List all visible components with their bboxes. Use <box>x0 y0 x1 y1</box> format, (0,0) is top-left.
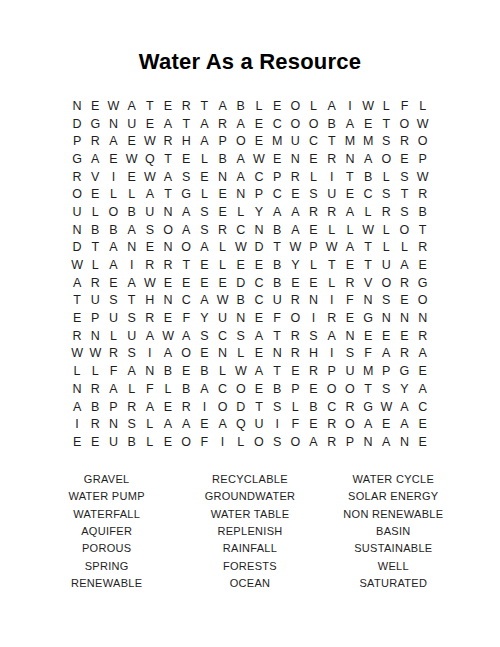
grid-cell: L <box>104 185 122 203</box>
grid-cell: S <box>123 309 141 327</box>
grid-cell: D <box>68 115 86 133</box>
grid-cell: C <box>250 292 268 310</box>
grid-cell: A <box>341 239 359 257</box>
word-list-item: GRAVEL <box>35 471 178 488</box>
grid-cell: E <box>195 345 213 363</box>
grid-cell: E <box>286 362 304 380</box>
grid-cell: W <box>414 115 432 133</box>
grid-cell: G <box>359 398 377 416</box>
grid-cell: E <box>86 433 104 451</box>
grid-cell: B <box>177 380 195 398</box>
grid-cell: N <box>68 221 86 239</box>
grid-cell: L <box>377 221 395 239</box>
grid-cell: O <box>304 115 322 133</box>
grid-cell: B <box>86 221 104 239</box>
grid-cell: M <box>268 132 286 150</box>
grid-cell: U <box>141 203 159 221</box>
grid-cell: T <box>377 115 395 133</box>
grid-cell: E <box>341 185 359 203</box>
grid-cell: N <box>395 433 413 451</box>
grid-cell: Y <box>195 309 213 327</box>
grid-cell: R <box>286 292 304 310</box>
grid-cell: P <box>250 185 268 203</box>
word-list-item: SOLAR ENERGY <box>322 488 465 505</box>
grid-cell: R <box>341 274 359 292</box>
grid-cell: W <box>286 239 304 257</box>
grid-cell: P <box>304 239 322 257</box>
grid-cell: T <box>395 185 413 203</box>
grid-cell: I <box>268 415 286 433</box>
grid-cell: O <box>177 433 195 451</box>
grid-cell: L <box>377 97 395 115</box>
grid-cell: I <box>195 398 213 416</box>
grid-cell: B <box>86 398 104 416</box>
grid-cell: I <box>323 168 341 186</box>
word-list: GRAVELWATER PUMPWATERFALLAQUIFERPOROUSSP… <box>35 471 465 593</box>
letter-grid: NEWATERTABLEOLAIWLFLDGNUEATARAECOOBAETOW… <box>68 97 432 451</box>
grid-cell: A <box>195 292 213 310</box>
grid-cell: G <box>177 185 195 203</box>
grid-cell: U <box>377 256 395 274</box>
grid-cell: N <box>359 433 377 451</box>
grid-cell: E <box>195 415 213 433</box>
grid-cell: U <box>104 309 122 327</box>
grid-cell: A <box>250 327 268 345</box>
grid-cell: T <box>268 327 286 345</box>
grid-cell: A <box>359 150 377 168</box>
grid-cell: L <box>214 239 232 257</box>
grid-cell: P <box>414 150 432 168</box>
grid-cell: A <box>141 398 159 416</box>
worksheet-page: Water As a Resource NEWATERTABLEOLAIWLFL… <box>0 0 500 647</box>
grid-cell: S <box>304 185 322 203</box>
grid-cell: L <box>232 433 250 451</box>
grid-cell: U <box>341 362 359 380</box>
grid-cell: W <box>68 256 86 274</box>
grid-cell: P <box>86 309 104 327</box>
grid-cell: E <box>268 150 286 168</box>
grid-cell: S <box>123 345 141 363</box>
grid-cell: E <box>250 256 268 274</box>
grid-cell: E <box>268 97 286 115</box>
grid-cell: E <box>304 150 322 168</box>
grid-cell: L <box>377 239 395 257</box>
grid-cell: L <box>104 327 122 345</box>
grid-cell: L <box>86 362 104 380</box>
grid-cell: E <box>123 168 141 186</box>
grid-cell: N <box>232 309 250 327</box>
grid-cell: N <box>268 345 286 363</box>
word-list-item: WATERFALL <box>35 506 178 523</box>
grid-cell: R <box>341 398 359 416</box>
grid-cell: W <box>214 292 232 310</box>
grid-cell: L <box>214 362 232 380</box>
grid-cell: R <box>323 150 341 168</box>
grid-cell: O <box>395 221 413 239</box>
grid-cell: N <box>159 239 177 257</box>
grid-cell: L <box>68 362 86 380</box>
grid-cell: W <box>250 150 268 168</box>
grid-cell: G <box>68 150 86 168</box>
grid-cell: T <box>195 97 213 115</box>
grid-cell: O <box>286 97 304 115</box>
grid-cell: A <box>195 239 213 257</box>
word-list-item: AQUIFER <box>35 523 178 540</box>
grid-cell: S <box>341 345 359 363</box>
grid-cell: C <box>250 168 268 186</box>
grid-cell: B <box>232 97 250 115</box>
grid-cell: P <box>214 132 232 150</box>
grid-cell: R <box>177 97 195 115</box>
grid-cell: C <box>232 221 250 239</box>
grid-cell: C <box>214 327 232 345</box>
grid-cell: L <box>123 185 141 203</box>
grid-cell: L <box>395 239 413 257</box>
grid-cell: C <box>268 115 286 133</box>
grid-cell: L <box>414 97 432 115</box>
grid-cell: O <box>286 115 304 133</box>
grid-cell: A <box>141 327 159 345</box>
grid-cell: F <box>359 345 377 363</box>
grid-cell: B <box>195 362 213 380</box>
word-list-item: SATURATED <box>322 575 465 592</box>
grid-cell: L <box>195 150 213 168</box>
grid-cell: C <box>304 132 322 150</box>
grid-cell: I <box>304 309 322 327</box>
grid-cell: S <box>141 221 159 239</box>
grid-cell: U <box>123 115 141 133</box>
grid-cell: O <box>250 433 268 451</box>
word-list-item: POROUS <box>35 540 178 557</box>
grid-cell: N <box>68 380 86 398</box>
grid-cell: O <box>414 132 432 150</box>
grid-cell: W <box>232 362 250 380</box>
grid-cell: L <box>123 380 141 398</box>
grid-cell: O <box>341 380 359 398</box>
grid-cell: R <box>414 239 432 257</box>
grid-cell: E <box>177 274 195 292</box>
grid-cell: E <box>377 415 395 433</box>
word-list-item: RECYCLABLE <box>178 471 321 488</box>
word-list-item: RENEWABLE <box>35 575 178 592</box>
grid-cell: A <box>104 132 122 150</box>
grid-cell: L <box>86 256 104 274</box>
grid-cell: A <box>177 221 195 239</box>
grid-cell: S <box>195 327 213 345</box>
grid-cell: O <box>286 309 304 327</box>
grid-cell: E <box>86 185 104 203</box>
grid-cell: E <box>159 433 177 451</box>
grid-cell: B <box>268 274 286 292</box>
grid-cell: E <box>359 115 377 133</box>
grid-cell: A <box>177 327 195 345</box>
grid-cell: A <box>123 221 141 239</box>
grid-cell: W <box>141 168 159 186</box>
grid-cell: N <box>359 292 377 310</box>
grid-cell: E <box>195 256 213 274</box>
grid-cell: A <box>286 203 304 221</box>
grid-cell: I <box>123 256 141 274</box>
grid-cell: S <box>195 221 213 239</box>
grid-cell: W <box>141 274 159 292</box>
word-list-item: SUSTAINABLE <box>322 540 465 557</box>
grid-cell: I <box>323 292 341 310</box>
grid-cell: N <box>250 221 268 239</box>
grid-cell: R <box>304 203 322 221</box>
grid-cell: R <box>141 309 159 327</box>
grid-cell: T <box>68 292 86 310</box>
grid-cell: M <box>359 132 377 150</box>
grid-cell: O <box>341 415 359 433</box>
grid-cell: S <box>104 292 122 310</box>
grid-cell: A <box>359 415 377 433</box>
grid-cell: Y <box>286 256 304 274</box>
grid-cell: T <box>268 362 286 380</box>
grid-cell: R <box>286 327 304 345</box>
grid-cell: F <box>195 433 213 451</box>
grid-cell: E <box>286 274 304 292</box>
grid-cell: T <box>323 256 341 274</box>
grid-cell: T <box>341 168 359 186</box>
grid-cell: A <box>195 380 213 398</box>
grid-cell: R <box>377 203 395 221</box>
grid-cell: H <box>304 345 322 363</box>
grid-cell: N <box>214 168 232 186</box>
grid-cell: W <box>141 132 159 150</box>
grid-cell: R <box>286 168 304 186</box>
grid-cell: A <box>86 150 104 168</box>
grid-cell: D <box>232 274 250 292</box>
grid-cell: N <box>341 327 359 345</box>
grid-cell: R <box>323 433 341 451</box>
grid-cell: A <box>195 115 213 133</box>
grid-cell: R <box>395 132 413 150</box>
grid-cell: A <box>414 345 432 363</box>
grid-cell: A <box>232 150 250 168</box>
grid-cell: A <box>104 380 122 398</box>
grid-cell: R <box>141 256 159 274</box>
word-list-item: RAINFALL <box>178 540 321 557</box>
grid-cell: I <box>141 345 159 363</box>
grid-cell: L <box>304 97 322 115</box>
grid-cell: O <box>68 185 86 203</box>
grid-cell: C <box>414 398 432 416</box>
grid-cell: A <box>232 115 250 133</box>
grid-cell: R <box>86 380 104 398</box>
grid-cell: T <box>86 239 104 257</box>
grid-cell: B <box>359 168 377 186</box>
grid-cell: A <box>104 256 122 274</box>
grid-cell: S <box>268 433 286 451</box>
grid-cell: O <box>395 115 413 133</box>
grid-cell: Y <box>395 380 413 398</box>
grid-cell: W <box>159 327 177 345</box>
grid-cell: A <box>214 415 232 433</box>
grid-cell: A <box>123 362 141 380</box>
grid-cell: R <box>86 274 104 292</box>
grid-cell: T <box>359 380 377 398</box>
grid-cell: R <box>86 415 104 433</box>
grid-cell: S <box>195 203 213 221</box>
grid-cell: E <box>250 380 268 398</box>
grid-cell: A <box>341 203 359 221</box>
grid-cell: S <box>268 398 286 416</box>
grid-cell: E <box>177 150 195 168</box>
grid-cell: F <box>341 292 359 310</box>
grid-cell: R <box>214 221 232 239</box>
puzzle-title: Water As a Resource <box>0 0 500 75</box>
grid-cell: P <box>68 132 86 150</box>
grid-cell: G <box>86 115 104 133</box>
grid-cell: F <box>141 380 159 398</box>
grid-cell: E <box>195 168 213 186</box>
grid-cell: B <box>123 433 141 451</box>
grid-cell: A <box>68 274 86 292</box>
grid-cell: W <box>377 398 395 416</box>
grid-cell: N <box>232 185 250 203</box>
grid-cell: U <box>286 132 304 150</box>
grid-cell: L <box>323 221 341 239</box>
grid-cell: L <box>377 168 395 186</box>
grid-cell: N <box>104 415 122 433</box>
grid-cell: A <box>395 256 413 274</box>
grid-cell: E <box>68 433 86 451</box>
grid-cell: A <box>268 203 286 221</box>
grid-cell: A <box>123 274 141 292</box>
grid-cell: E <box>341 256 359 274</box>
grid-cell: L <box>359 203 377 221</box>
word-list-column: RECYCLABLEGROUNDWATERWATER TABLEREPLENIS… <box>178 471 321 593</box>
grid-cell: R <box>159 256 177 274</box>
grid-cell: N <box>395 309 413 327</box>
grid-cell: N <box>286 150 304 168</box>
grid-cell: V <box>359 274 377 292</box>
grid-cell: B <box>104 221 122 239</box>
grid-cell: R <box>323 203 341 221</box>
word-list-item: REPLENISH <box>178 523 321 540</box>
grid-cell: R <box>68 168 86 186</box>
grid-cell: A <box>414 380 432 398</box>
grid-cell: N <box>414 309 432 327</box>
grid-cell: A <box>159 168 177 186</box>
grid-cell: U <box>68 203 86 221</box>
grid-cell: N <box>104 115 122 133</box>
grid-cell: N <box>68 97 86 115</box>
grid-cell: N <box>377 309 395 327</box>
grid-cell: I <box>323 345 341 363</box>
grid-cell: L <box>286 398 304 416</box>
grid-cell: A <box>323 327 341 345</box>
grid-cell: T <box>141 97 159 115</box>
grid-cell: R <box>395 274 413 292</box>
grid-cell: S <box>377 132 395 150</box>
grid-cell: G <box>395 362 413 380</box>
grid-cell: E <box>304 415 322 433</box>
grid-cell: A <box>395 398 413 416</box>
grid-cell: C <box>250 274 268 292</box>
word-list-column: GRAVELWATER PUMPWATERFALLAQUIFERPOROUSSP… <box>35 471 178 593</box>
grid-cell: W <box>359 97 377 115</box>
grid-cell: E <box>159 398 177 416</box>
grid-cell: N <box>141 362 159 380</box>
grid-cell: U <box>250 415 268 433</box>
grid-cell: S <box>304 327 322 345</box>
grid-cell: S <box>377 185 395 203</box>
grid-cell: A <box>323 97 341 115</box>
grid-cell: E <box>141 115 159 133</box>
grid-cell: I <box>214 433 232 451</box>
grid-cell: E <box>232 256 250 274</box>
grid-cell: O <box>214 398 232 416</box>
grid-cell: T <box>268 239 286 257</box>
grid-cell: E <box>141 239 159 257</box>
grid-cell: B <box>268 256 286 274</box>
grid-cell: B <box>304 398 322 416</box>
grid-cell: U <box>104 433 122 451</box>
word-list-item: FORESTS <box>178 558 321 575</box>
grid-cell: E <box>341 309 359 327</box>
grid-cell: W <box>123 150 141 168</box>
grid-cell: A <box>377 345 395 363</box>
grid-cell: A <box>214 97 232 115</box>
grid-cell: W <box>104 97 122 115</box>
grid-cell: O <box>286 433 304 451</box>
grid-cell: S <box>377 380 395 398</box>
grid-cell: W <box>359 221 377 239</box>
grid-cell: I <box>68 415 86 433</box>
grid-cell: T <box>359 256 377 274</box>
grid-cell: S <box>232 327 250 345</box>
grid-cell: E <box>159 274 177 292</box>
grid-cell: I <box>341 97 359 115</box>
grid-cell: S <box>177 168 195 186</box>
grid-cell: R <box>323 309 341 327</box>
grid-cell: F <box>395 97 413 115</box>
grid-cell: C <box>214 380 232 398</box>
grid-cell: R <box>286 345 304 363</box>
grid-cell: T <box>159 185 177 203</box>
grid-cell: Q <box>232 415 250 433</box>
word-list-item: GROUNDWATER <box>178 488 321 505</box>
grid-cell: H <box>177 132 195 150</box>
grid-cell: S <box>395 168 413 186</box>
grid-cell: G <box>414 274 432 292</box>
grid-cell: A <box>159 345 177 363</box>
grid-cell: F <box>268 309 286 327</box>
grid-cell: O <box>177 345 195 363</box>
grid-cell: L <box>195 185 213 203</box>
grid-cell: C <box>323 398 341 416</box>
grid-cell: U <box>214 309 232 327</box>
grid-cell: F <box>286 415 304 433</box>
grid-cell: N <box>214 345 232 363</box>
grid-cell: S <box>123 415 141 433</box>
grid-cell: E <box>395 150 413 168</box>
grid-cell: E <box>250 309 268 327</box>
word-list-item: WELL <box>322 558 465 575</box>
grid-cell: D <box>250 239 268 257</box>
grid-cell: P <box>323 362 341 380</box>
grid-cell: P <box>377 362 395 380</box>
grid-cell: A <box>377 433 395 451</box>
grid-cell: O <box>414 292 432 310</box>
grid-cell: W <box>414 168 432 186</box>
grid-cell: P <box>341 433 359 451</box>
grid-cell: R <box>104 345 122 363</box>
grid-cell: M <box>359 362 377 380</box>
grid-cell: R <box>304 362 322 380</box>
grid-cell: P <box>104 398 122 416</box>
